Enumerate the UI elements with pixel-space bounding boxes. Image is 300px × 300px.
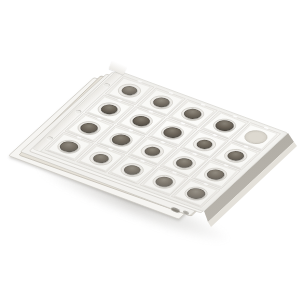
coin — [129, 114, 153, 128]
coin — [212, 118, 238, 133]
coin — [142, 145, 164, 158]
coin-window — [105, 131, 137, 149]
coin — [181, 107, 205, 121]
coin — [152, 175, 176, 189]
empty-window — [241, 128, 273, 146]
coin-window — [220, 147, 252, 166]
coin — [194, 138, 215, 150]
coin — [173, 156, 196, 169]
coin-window — [125, 112, 157, 131]
binder-hole — [103, 83, 111, 87]
coin-window — [209, 116, 241, 135]
coin — [183, 186, 208, 201]
binder-hole — [46, 136, 54, 140]
coin-window — [85, 149, 117, 168]
coin — [121, 163, 144, 176]
coin-window — [180, 184, 212, 203]
coin-window — [73, 119, 105, 138]
coin — [90, 152, 112, 165]
coin — [204, 168, 228, 182]
coin-window — [200, 166, 231, 184]
coin-window — [148, 173, 180, 191]
coin-window — [189, 135, 221, 153]
coin-window — [116, 161, 148, 180]
binder-hole — [75, 109, 83, 113]
coin — [57, 140, 82, 155]
coin — [119, 85, 140, 97]
coin — [77, 121, 101, 135]
coin — [160, 125, 185, 140]
coin-window — [145, 93, 177, 111]
coin-window — [94, 100, 126, 119]
coin — [108, 132, 133, 147]
coin-window — [137, 142, 169, 161]
coin-window — [177, 105, 209, 124]
coin-window — [168, 154, 200, 173]
coin-window — [114, 82, 145, 100]
coin — [150, 96, 173, 109]
coin-window — [53, 138, 85, 156]
photo-background — [0, 0, 300, 300]
coin-window — [157, 124, 188, 142]
coin — [225, 149, 248, 162]
coin — [98, 103, 121, 116]
